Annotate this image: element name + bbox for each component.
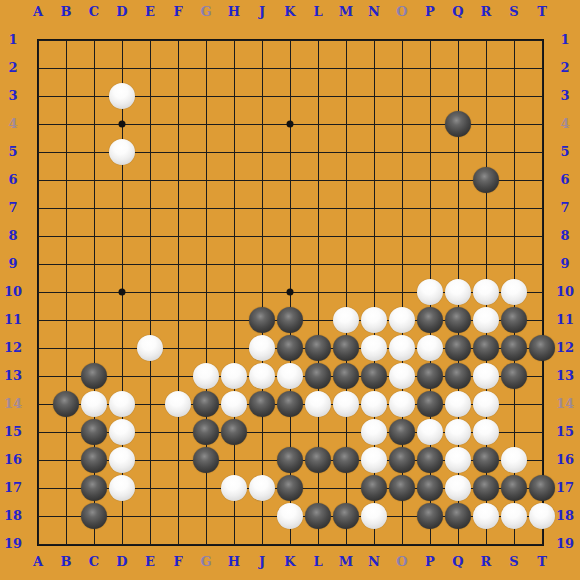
intersection-J1[interactable]	[248, 26, 276, 54]
intersection-G18[interactable]	[192, 502, 220, 530]
intersection-N15[interactable]	[360, 418, 388, 446]
intersection-K10[interactable]	[276, 278, 304, 306]
intersection-O16[interactable]	[388, 446, 416, 474]
intersection-C8[interactable]	[80, 222, 108, 250]
intersection-Q7[interactable]	[444, 194, 472, 222]
intersection-E19[interactable]	[136, 530, 164, 558]
intersection-A7[interactable]	[24, 194, 52, 222]
intersection-D5[interactable]	[108, 138, 136, 166]
intersection-N17[interactable]	[360, 474, 388, 502]
intersection-G12[interactable]	[192, 334, 220, 362]
intersection-T16[interactable]	[528, 446, 556, 474]
intersection-C12[interactable]	[80, 334, 108, 362]
intersection-G5[interactable]	[192, 138, 220, 166]
intersection-A9[interactable]	[24, 250, 52, 278]
intersection-M3[interactable]	[332, 82, 360, 110]
intersection-N3[interactable]	[360, 82, 388, 110]
intersection-T2[interactable]	[528, 54, 556, 82]
intersection-P17[interactable]	[416, 474, 444, 502]
intersection-O17[interactable]	[388, 474, 416, 502]
intersection-R5[interactable]	[472, 138, 500, 166]
intersection-M6[interactable]	[332, 166, 360, 194]
intersection-T18[interactable]	[528, 502, 556, 530]
intersection-R11[interactable]	[472, 306, 500, 334]
intersection-S9[interactable]	[500, 250, 528, 278]
intersection-C9[interactable]	[80, 250, 108, 278]
intersection-B19[interactable]	[52, 530, 80, 558]
intersection-E7[interactable]	[136, 194, 164, 222]
intersection-G11[interactable]	[192, 306, 220, 334]
intersection-E11[interactable]	[136, 306, 164, 334]
intersection-O14[interactable]	[388, 390, 416, 418]
intersection-L13[interactable]	[304, 362, 332, 390]
intersection-C14[interactable]	[80, 390, 108, 418]
intersection-O15[interactable]	[388, 418, 416, 446]
intersection-B1[interactable]	[52, 26, 80, 54]
intersection-T3[interactable]	[528, 82, 556, 110]
intersection-P4[interactable]	[416, 110, 444, 138]
intersection-T13[interactable]	[528, 362, 556, 390]
intersection-F2[interactable]	[164, 54, 192, 82]
intersection-B11[interactable]	[52, 306, 80, 334]
intersection-K16[interactable]	[276, 446, 304, 474]
intersection-F14[interactable]	[164, 390, 192, 418]
intersection-R8[interactable]	[472, 222, 500, 250]
intersection-G19[interactable]	[192, 530, 220, 558]
intersection-L17[interactable]	[304, 474, 332, 502]
intersection-E9[interactable]	[136, 250, 164, 278]
intersection-T19[interactable]	[528, 530, 556, 558]
intersection-P8[interactable]	[416, 222, 444, 250]
intersection-C10[interactable]	[80, 278, 108, 306]
intersection-K11[interactable]	[276, 306, 304, 334]
intersection-G7[interactable]	[192, 194, 220, 222]
intersection-L10[interactable]	[304, 278, 332, 306]
intersection-D3[interactable]	[108, 82, 136, 110]
intersection-Q5[interactable]	[444, 138, 472, 166]
intersection-S13[interactable]	[500, 362, 528, 390]
intersection-S16[interactable]	[500, 446, 528, 474]
intersection-L15[interactable]	[304, 418, 332, 446]
intersection-M8[interactable]	[332, 222, 360, 250]
intersection-P10[interactable]	[416, 278, 444, 306]
intersection-M10[interactable]	[332, 278, 360, 306]
intersection-J8[interactable]	[248, 222, 276, 250]
intersection-O7[interactable]	[388, 194, 416, 222]
intersection-J7[interactable]	[248, 194, 276, 222]
intersection-L19[interactable]	[304, 530, 332, 558]
intersection-E6[interactable]	[136, 166, 164, 194]
intersection-L16[interactable]	[304, 446, 332, 474]
intersection-P14[interactable]	[416, 390, 444, 418]
intersection-S5[interactable]	[500, 138, 528, 166]
intersection-B3[interactable]	[52, 82, 80, 110]
intersection-F13[interactable]	[164, 362, 192, 390]
intersection-P3[interactable]	[416, 82, 444, 110]
intersection-E13[interactable]	[136, 362, 164, 390]
intersection-M13[interactable]	[332, 362, 360, 390]
intersection-N10[interactable]	[360, 278, 388, 306]
intersection-F19[interactable]	[164, 530, 192, 558]
intersection-B2[interactable]	[52, 54, 80, 82]
intersection-H6[interactable]	[220, 166, 248, 194]
intersection-J13[interactable]	[248, 362, 276, 390]
intersection-O8[interactable]	[388, 222, 416, 250]
intersection-G1[interactable]	[192, 26, 220, 54]
intersection-O6[interactable]	[388, 166, 416, 194]
intersection-R16[interactable]	[472, 446, 500, 474]
intersection-N5[interactable]	[360, 138, 388, 166]
intersection-G16[interactable]	[192, 446, 220, 474]
intersection-O12[interactable]	[388, 334, 416, 362]
intersection-M16[interactable]	[332, 446, 360, 474]
intersection-S12[interactable]	[500, 334, 528, 362]
intersection-L7[interactable]	[304, 194, 332, 222]
intersection-L4[interactable]	[304, 110, 332, 138]
intersection-P6[interactable]	[416, 166, 444, 194]
intersection-K12[interactable]	[276, 334, 304, 362]
intersection-A18[interactable]	[24, 502, 52, 530]
intersection-H15[interactable]	[220, 418, 248, 446]
intersection-D15[interactable]	[108, 418, 136, 446]
intersection-B12[interactable]	[52, 334, 80, 362]
intersection-Q1[interactable]	[444, 26, 472, 54]
intersection-K19[interactable]	[276, 530, 304, 558]
intersection-M7[interactable]	[332, 194, 360, 222]
intersection-S18[interactable]	[500, 502, 528, 530]
intersection-P11[interactable]	[416, 306, 444, 334]
intersection-O18[interactable]	[388, 502, 416, 530]
intersection-J17[interactable]	[248, 474, 276, 502]
intersection-E15[interactable]	[136, 418, 164, 446]
intersection-E16[interactable]	[136, 446, 164, 474]
intersection-C4[interactable]	[80, 110, 108, 138]
intersection-T9[interactable]	[528, 250, 556, 278]
intersection-J6[interactable]	[248, 166, 276, 194]
intersection-C13[interactable]	[80, 362, 108, 390]
intersection-D8[interactable]	[108, 222, 136, 250]
intersection-H19[interactable]	[220, 530, 248, 558]
intersection-G8[interactable]	[192, 222, 220, 250]
intersection-H5[interactable]	[220, 138, 248, 166]
intersection-R3[interactable]	[472, 82, 500, 110]
intersection-K3[interactable]	[276, 82, 304, 110]
intersection-J11[interactable]	[248, 306, 276, 334]
intersection-L18[interactable]	[304, 502, 332, 530]
intersection-Q12[interactable]	[444, 334, 472, 362]
intersection-R13[interactable]	[472, 362, 500, 390]
intersection-C3[interactable]	[80, 82, 108, 110]
intersection-F18[interactable]	[164, 502, 192, 530]
intersection-D12[interactable]	[108, 334, 136, 362]
intersection-A4[interactable]	[24, 110, 52, 138]
intersection-F3[interactable]	[164, 82, 192, 110]
intersection-G17[interactable]	[192, 474, 220, 502]
intersection-J3[interactable]	[248, 82, 276, 110]
intersection-Q6[interactable]	[444, 166, 472, 194]
intersection-F16[interactable]	[164, 446, 192, 474]
intersection-T1[interactable]	[528, 26, 556, 54]
intersection-R9[interactable]	[472, 250, 500, 278]
intersection-P18[interactable]	[416, 502, 444, 530]
intersection-A13[interactable]	[24, 362, 52, 390]
intersection-Q15[interactable]	[444, 418, 472, 446]
intersection-K1[interactable]	[276, 26, 304, 54]
intersection-H12[interactable]	[220, 334, 248, 362]
intersection-N16[interactable]	[360, 446, 388, 474]
intersection-T12[interactable]	[528, 334, 556, 362]
intersection-H14[interactable]	[220, 390, 248, 418]
intersection-F9[interactable]	[164, 250, 192, 278]
intersection-E17[interactable]	[136, 474, 164, 502]
intersection-Q4[interactable]	[444, 110, 472, 138]
intersection-Q2[interactable]	[444, 54, 472, 82]
intersection-P12[interactable]	[416, 334, 444, 362]
intersection-F6[interactable]	[164, 166, 192, 194]
intersection-B9[interactable]	[52, 250, 80, 278]
intersection-E4[interactable]	[136, 110, 164, 138]
intersection-J5[interactable]	[248, 138, 276, 166]
intersection-D13[interactable]	[108, 362, 136, 390]
intersection-R15[interactable]	[472, 418, 500, 446]
intersection-K8[interactable]	[276, 222, 304, 250]
intersection-J19[interactable]	[248, 530, 276, 558]
intersection-T6[interactable]	[528, 166, 556, 194]
intersection-P13[interactable]	[416, 362, 444, 390]
intersection-T4[interactable]	[528, 110, 556, 138]
intersection-O1[interactable]	[388, 26, 416, 54]
intersection-D4[interactable]	[108, 110, 136, 138]
intersection-N6[interactable]	[360, 166, 388, 194]
intersection-E2[interactable]	[136, 54, 164, 82]
intersection-P9[interactable]	[416, 250, 444, 278]
intersection-N9[interactable]	[360, 250, 388, 278]
intersection-O4[interactable]	[388, 110, 416, 138]
intersection-M18[interactable]	[332, 502, 360, 530]
intersection-S19[interactable]	[500, 530, 528, 558]
intersection-P2[interactable]	[416, 54, 444, 82]
intersection-F8[interactable]	[164, 222, 192, 250]
intersection-A19[interactable]	[24, 530, 52, 558]
intersection-D2[interactable]	[108, 54, 136, 82]
intersection-N11[interactable]	[360, 306, 388, 334]
intersection-H17[interactable]	[220, 474, 248, 502]
intersection-S6[interactable]	[500, 166, 528, 194]
intersection-S2[interactable]	[500, 54, 528, 82]
intersection-D11[interactable]	[108, 306, 136, 334]
intersection-N2[interactable]	[360, 54, 388, 82]
intersection-M2[interactable]	[332, 54, 360, 82]
intersection-C19[interactable]	[80, 530, 108, 558]
intersection-P19[interactable]	[416, 530, 444, 558]
intersection-T11[interactable]	[528, 306, 556, 334]
intersection-K6[interactable]	[276, 166, 304, 194]
intersection-M12[interactable]	[332, 334, 360, 362]
intersection-C1[interactable]	[80, 26, 108, 54]
intersection-L2[interactable]	[304, 54, 332, 82]
intersection-H16[interactable]	[220, 446, 248, 474]
intersection-A2[interactable]	[24, 54, 52, 82]
intersection-S3[interactable]	[500, 82, 528, 110]
intersection-L6[interactable]	[304, 166, 332, 194]
intersection-J4[interactable]	[248, 110, 276, 138]
intersection-A12[interactable]	[24, 334, 52, 362]
intersection-O2[interactable]	[388, 54, 416, 82]
intersection-N12[interactable]	[360, 334, 388, 362]
intersection-N8[interactable]	[360, 222, 388, 250]
intersection-H10[interactable]	[220, 278, 248, 306]
intersection-E1[interactable]	[136, 26, 164, 54]
intersection-M4[interactable]	[332, 110, 360, 138]
intersection-N4[interactable]	[360, 110, 388, 138]
intersection-T15[interactable]	[528, 418, 556, 446]
intersection-H1[interactable]	[220, 26, 248, 54]
intersection-B16[interactable]	[52, 446, 80, 474]
intersection-L9[interactable]	[304, 250, 332, 278]
intersection-N19[interactable]	[360, 530, 388, 558]
intersection-F5[interactable]	[164, 138, 192, 166]
intersection-H11[interactable]	[220, 306, 248, 334]
intersection-C6[interactable]	[80, 166, 108, 194]
intersection-H8[interactable]	[220, 222, 248, 250]
intersection-C7[interactable]	[80, 194, 108, 222]
intersection-S1[interactable]	[500, 26, 528, 54]
intersection-B14[interactable]	[52, 390, 80, 418]
intersection-L5[interactable]	[304, 138, 332, 166]
intersection-Q3[interactable]	[444, 82, 472, 110]
intersection-L14[interactable]	[304, 390, 332, 418]
intersection-R6[interactable]	[472, 166, 500, 194]
intersection-O10[interactable]	[388, 278, 416, 306]
intersection-Q9[interactable]	[444, 250, 472, 278]
intersection-J2[interactable]	[248, 54, 276, 82]
intersection-R7[interactable]	[472, 194, 500, 222]
intersection-F12[interactable]	[164, 334, 192, 362]
intersection-A11[interactable]	[24, 306, 52, 334]
intersection-K17[interactable]	[276, 474, 304, 502]
intersection-T7[interactable]	[528, 194, 556, 222]
intersection-C16[interactable]	[80, 446, 108, 474]
intersection-R14[interactable]	[472, 390, 500, 418]
intersection-C15[interactable]	[80, 418, 108, 446]
intersection-R2[interactable]	[472, 54, 500, 82]
intersection-N18[interactable]	[360, 502, 388, 530]
intersection-F10[interactable]	[164, 278, 192, 306]
intersection-E3[interactable]	[136, 82, 164, 110]
intersection-A6[interactable]	[24, 166, 52, 194]
intersection-N7[interactable]	[360, 194, 388, 222]
intersection-F15[interactable]	[164, 418, 192, 446]
intersection-B15[interactable]	[52, 418, 80, 446]
intersection-M1[interactable]	[332, 26, 360, 54]
intersection-S7[interactable]	[500, 194, 528, 222]
intersection-Q8[interactable]	[444, 222, 472, 250]
intersection-E18[interactable]	[136, 502, 164, 530]
intersection-S11[interactable]	[500, 306, 528, 334]
intersection-O3[interactable]	[388, 82, 416, 110]
intersection-G3[interactable]	[192, 82, 220, 110]
intersection-B13[interactable]	[52, 362, 80, 390]
intersection-E8[interactable]	[136, 222, 164, 250]
intersection-D18[interactable]	[108, 502, 136, 530]
intersection-F1[interactable]	[164, 26, 192, 54]
intersection-A5[interactable]	[24, 138, 52, 166]
intersection-F11[interactable]	[164, 306, 192, 334]
intersection-T14[interactable]	[528, 390, 556, 418]
intersection-P16[interactable]	[416, 446, 444, 474]
intersection-G6[interactable]	[192, 166, 220, 194]
intersection-K15[interactable]	[276, 418, 304, 446]
intersection-D9[interactable]	[108, 250, 136, 278]
intersection-J10[interactable]	[248, 278, 276, 306]
intersection-S17[interactable]	[500, 474, 528, 502]
intersection-A3[interactable]	[24, 82, 52, 110]
intersection-Q16[interactable]	[444, 446, 472, 474]
intersection-O13[interactable]	[388, 362, 416, 390]
intersection-K2[interactable]	[276, 54, 304, 82]
intersection-R18[interactable]	[472, 502, 500, 530]
intersection-E10[interactable]	[136, 278, 164, 306]
intersection-G10[interactable]	[192, 278, 220, 306]
intersection-K7[interactable]	[276, 194, 304, 222]
intersection-Q19[interactable]	[444, 530, 472, 558]
intersection-G2[interactable]	[192, 54, 220, 82]
intersection-M14[interactable]	[332, 390, 360, 418]
intersection-B10[interactable]	[52, 278, 80, 306]
intersection-B4[interactable]	[52, 110, 80, 138]
intersection-O5[interactable]	[388, 138, 416, 166]
intersection-S15[interactable]	[500, 418, 528, 446]
intersection-O19[interactable]	[388, 530, 416, 558]
intersection-L11[interactable]	[304, 306, 332, 334]
intersection-C18[interactable]	[80, 502, 108, 530]
intersection-P7[interactable]	[416, 194, 444, 222]
intersection-B6[interactable]	[52, 166, 80, 194]
intersection-E5[interactable]	[136, 138, 164, 166]
intersection-Q11[interactable]	[444, 306, 472, 334]
intersection-F7[interactable]	[164, 194, 192, 222]
intersection-S14[interactable]	[500, 390, 528, 418]
intersection-Q14[interactable]	[444, 390, 472, 418]
intersection-T5[interactable]	[528, 138, 556, 166]
intersection-N1[interactable]	[360, 26, 388, 54]
intersection-L1[interactable]	[304, 26, 332, 54]
intersection-H18[interactable]	[220, 502, 248, 530]
intersection-A15[interactable]	[24, 418, 52, 446]
intersection-B8[interactable]	[52, 222, 80, 250]
intersection-R12[interactable]	[472, 334, 500, 362]
intersection-M5[interactable]	[332, 138, 360, 166]
intersection-R19[interactable]	[472, 530, 500, 558]
intersection-C17[interactable]	[80, 474, 108, 502]
intersection-D6[interactable]	[108, 166, 136, 194]
intersection-H9[interactable]	[220, 250, 248, 278]
intersection-G4[interactable]	[192, 110, 220, 138]
intersection-Q17[interactable]	[444, 474, 472, 502]
intersection-E14[interactable]	[136, 390, 164, 418]
intersection-B7[interactable]	[52, 194, 80, 222]
intersection-G9[interactable]	[192, 250, 220, 278]
intersection-S8[interactable]	[500, 222, 528, 250]
intersection-K9[interactable]	[276, 250, 304, 278]
intersection-H13[interactable]	[220, 362, 248, 390]
intersection-S10[interactable]	[500, 278, 528, 306]
intersection-J14[interactable]	[248, 390, 276, 418]
intersection-B5[interactable]	[52, 138, 80, 166]
intersection-K18[interactable]	[276, 502, 304, 530]
intersection-S4[interactable]	[500, 110, 528, 138]
intersection-L12[interactable]	[304, 334, 332, 362]
